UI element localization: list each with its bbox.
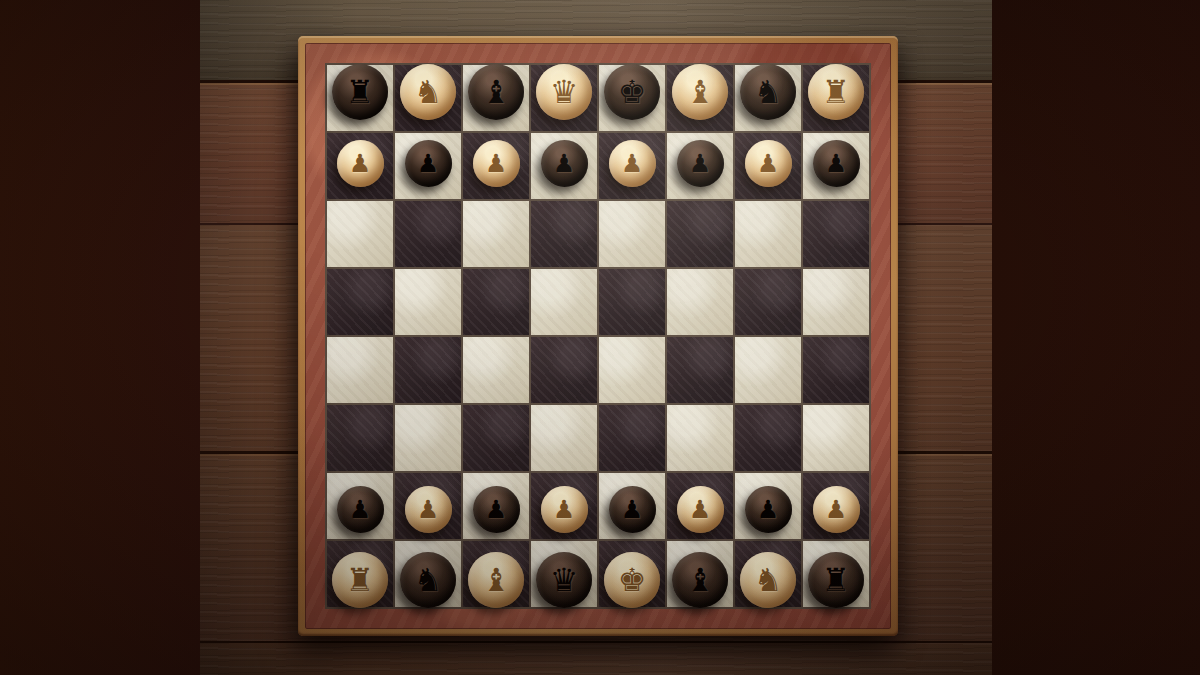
square-c2[interactable]: ♟ xyxy=(463,473,529,539)
piece-white-knight[interactable]: ♞ xyxy=(400,64,456,120)
piece-black-pawn[interactable]: ♟ xyxy=(745,486,792,533)
square-c1[interactable]: ♝ xyxy=(463,541,529,607)
square-a8[interactable]: ♜ xyxy=(327,65,393,131)
pawn-icon: ♟ xyxy=(417,497,439,522)
pawn-icon: ♟ xyxy=(825,497,847,522)
square-g4[interactable] xyxy=(735,337,801,403)
square-b8[interactable]: ♞ xyxy=(395,65,461,131)
rook-icon: ♜ xyxy=(822,76,851,108)
knight-icon: ♞ xyxy=(754,76,783,108)
square-c3[interactable] xyxy=(463,405,529,471)
square-d6[interactable] xyxy=(531,201,597,267)
bishop-icon: ♝ xyxy=(482,76,511,108)
knight-icon: ♞ xyxy=(414,76,443,108)
piece-white-pawn[interactable]: ♟ xyxy=(405,486,452,533)
piece-black-rook[interactable]: ♜ xyxy=(808,552,864,608)
square-a1[interactable]: ♜ xyxy=(327,541,393,607)
piece-white-queen[interactable]: ♛ xyxy=(536,64,592,120)
chess-board: ♜♞♝♛♚♝♞♜♟♟♟♟♟♟♟♟♟♟♟♟♟♟♟♟♜♞♝♛♚♝♞♜ xyxy=(298,36,898,636)
square-c4[interactable] xyxy=(463,337,529,403)
piece-white-bishop[interactable]: ♝ xyxy=(672,64,728,120)
square-f5[interactable] xyxy=(667,269,733,335)
piece-white-pawn[interactable]: ♟ xyxy=(473,140,520,187)
piece-black-bishop[interactable]: ♝ xyxy=(468,64,524,120)
square-h4[interactable] xyxy=(803,337,869,403)
square-f1[interactable]: ♝ xyxy=(667,541,733,607)
piece-black-bishop[interactable]: ♝ xyxy=(672,552,728,608)
piece-white-pawn[interactable]: ♟ xyxy=(745,140,792,187)
square-h7[interactable]: ♟ xyxy=(803,133,869,199)
square-f6[interactable] xyxy=(667,201,733,267)
square-h8[interactable]: ♜ xyxy=(803,65,869,131)
square-b6[interactable] xyxy=(395,201,461,267)
piece-black-rook[interactable]: ♜ xyxy=(332,64,388,120)
square-f8[interactable]: ♝ xyxy=(667,65,733,131)
piece-white-bishop[interactable]: ♝ xyxy=(468,552,524,608)
square-f4[interactable] xyxy=(667,337,733,403)
piece-white-pawn[interactable]: ♟ xyxy=(541,486,588,533)
pawn-icon: ♟ xyxy=(757,151,779,176)
square-f3[interactable] xyxy=(667,405,733,471)
square-e2[interactable]: ♟ xyxy=(599,473,665,539)
piece-black-pawn[interactable]: ♟ xyxy=(405,140,452,187)
knight-icon: ♞ xyxy=(414,564,443,596)
square-a2[interactable]: ♟ xyxy=(327,473,393,539)
square-a5[interactable] xyxy=(327,269,393,335)
piece-black-king[interactable]: ♚ xyxy=(604,64,660,120)
square-d3[interactable] xyxy=(531,405,597,471)
pawn-icon: ♟ xyxy=(553,151,575,176)
piece-white-pawn[interactable]: ♟ xyxy=(813,486,860,533)
wood-grain xyxy=(200,643,992,675)
pawn-icon: ♟ xyxy=(553,497,575,522)
piece-black-pawn[interactable]: ♟ xyxy=(337,486,384,533)
square-a6[interactable] xyxy=(327,201,393,267)
square-g1[interactable]: ♞ xyxy=(735,541,801,607)
piece-black-knight[interactable]: ♞ xyxy=(400,552,456,608)
rook-icon: ♜ xyxy=(822,564,851,596)
piece-white-pawn[interactable]: ♟ xyxy=(337,140,384,187)
square-d8[interactable]: ♛ xyxy=(531,65,597,131)
piece-white-knight[interactable]: ♞ xyxy=(740,552,796,608)
piece-black-pawn[interactable]: ♟ xyxy=(541,140,588,187)
square-f7[interactable]: ♟ xyxy=(667,133,733,199)
bishop-icon: ♝ xyxy=(686,564,715,596)
piece-black-pawn[interactable]: ♟ xyxy=(473,486,520,533)
square-e7[interactable]: ♟ xyxy=(599,133,665,199)
bishop-icon: ♝ xyxy=(482,564,511,596)
square-a7[interactable]: ♟ xyxy=(327,133,393,199)
square-d5[interactable] xyxy=(531,269,597,335)
bishop-icon: ♝ xyxy=(686,76,715,108)
square-e4[interactable] xyxy=(599,337,665,403)
square-h2[interactable]: ♟ xyxy=(803,473,869,539)
pawn-icon: ♟ xyxy=(689,151,711,176)
square-a3[interactable] xyxy=(327,405,393,471)
pawn-icon: ♟ xyxy=(621,151,643,176)
square-b5[interactable] xyxy=(395,269,461,335)
square-d7[interactable]: ♟ xyxy=(531,133,597,199)
square-e3[interactable] xyxy=(599,405,665,471)
piece-black-pawn[interactable]: ♟ xyxy=(813,140,860,187)
square-e8[interactable]: ♚ xyxy=(599,65,665,131)
letterbox-left xyxy=(0,0,200,675)
board-red-marble-border: ♜♞♝♛♚♝♞♜♟♟♟♟♟♟♟♟♟♟♟♟♟♟♟♟♜♞♝♛♚♝♞♜ xyxy=(305,43,891,629)
board-grid: ♜♞♝♛♚♝♞♜♟♟♟♟♟♟♟♟♟♟♟♟♟♟♟♟♜♞♝♛♚♝♞♜ xyxy=(327,65,869,607)
square-b7[interactable]: ♟ xyxy=(395,133,461,199)
rook-icon: ♜ xyxy=(346,564,375,596)
knight-icon: ♞ xyxy=(754,564,783,596)
rook-icon: ♜ xyxy=(346,76,375,108)
piece-black-knight[interactable]: ♞ xyxy=(740,64,796,120)
piece-black-pawn[interactable]: ♟ xyxy=(677,140,724,187)
square-g6[interactable] xyxy=(735,201,801,267)
square-g2[interactable]: ♟ xyxy=(735,473,801,539)
square-f2[interactable]: ♟ xyxy=(667,473,733,539)
pawn-icon: ♟ xyxy=(349,497,371,522)
square-c6[interactable] xyxy=(463,201,529,267)
piece-white-king[interactable]: ♚ xyxy=(604,552,660,608)
pawn-icon: ♟ xyxy=(689,497,711,522)
square-g3[interactable] xyxy=(735,405,801,471)
square-g5[interactable] xyxy=(735,269,801,335)
square-g8[interactable]: ♞ xyxy=(735,65,801,131)
square-b4[interactable] xyxy=(395,337,461,403)
square-h1[interactable]: ♜ xyxy=(803,541,869,607)
square-c5[interactable] xyxy=(463,269,529,335)
piece-white-rook[interactable]: ♜ xyxy=(808,64,864,120)
square-d4[interactable] xyxy=(531,337,597,403)
square-h3[interactable] xyxy=(803,405,869,471)
pawn-icon: ♟ xyxy=(621,497,643,522)
piece-white-rook[interactable]: ♜ xyxy=(332,552,388,608)
piece-white-pawn[interactable]: ♟ xyxy=(609,140,656,187)
square-e1[interactable]: ♚ xyxy=(599,541,665,607)
queen-icon: ♛ xyxy=(550,76,579,108)
letterbox-right xyxy=(992,0,1200,675)
square-a4[interactable] xyxy=(327,337,393,403)
queen-icon: ♛ xyxy=(550,564,579,596)
pawn-icon: ♟ xyxy=(485,497,507,522)
piece-white-pawn[interactable]: ♟ xyxy=(677,486,724,533)
pawn-icon: ♟ xyxy=(825,151,847,176)
square-h5[interactable] xyxy=(803,269,869,335)
square-b1[interactable]: ♞ xyxy=(395,541,461,607)
pawn-icon: ♟ xyxy=(485,151,507,176)
piece-black-queen[interactable]: ♛ xyxy=(536,552,592,608)
king-icon: ♚ xyxy=(618,564,647,596)
square-e5[interactable] xyxy=(599,269,665,335)
photo-scene: ♜♞♝♛♚♝♞♜♟♟♟♟♟♟♟♟♟♟♟♟♟♟♟♟♜♞♝♛♚♝♞♜ xyxy=(0,0,1200,675)
wood-plank xyxy=(200,641,992,675)
square-d2[interactable]: ♟ xyxy=(531,473,597,539)
square-d1[interactable]: ♛ xyxy=(531,541,597,607)
square-c8[interactable]: ♝ xyxy=(463,65,529,131)
square-h6[interactable] xyxy=(803,201,869,267)
piece-black-pawn[interactable]: ♟ xyxy=(609,486,656,533)
king-icon: ♚ xyxy=(618,76,647,108)
pawn-icon: ♟ xyxy=(417,151,439,176)
pawn-icon: ♟ xyxy=(757,497,779,522)
pawn-icon: ♟ xyxy=(349,151,371,176)
square-e6[interactable] xyxy=(599,201,665,267)
square-g7[interactable]: ♟ xyxy=(735,133,801,199)
square-b2[interactable]: ♟ xyxy=(395,473,461,539)
square-b3[interactable] xyxy=(395,405,461,471)
square-c7[interactable]: ♟ xyxy=(463,133,529,199)
